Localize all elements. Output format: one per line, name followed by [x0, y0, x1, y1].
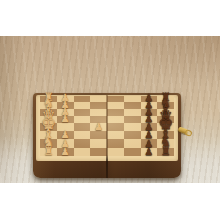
square-d5	[107, 116, 124, 124]
square-c2: ♟	[57, 109, 74, 116]
square-e8: ♚	[157, 123, 174, 131]
square-c5	[107, 109, 124, 116]
piece-white-rook: ♜	[43, 146, 53, 158]
brass-latch	[177, 125, 191, 136]
piece-white-queen: ♛	[41, 109, 55, 125]
piece-black-knight: ♞	[160, 136, 171, 149]
square-g7: ♟	[141, 139, 158, 148]
square-h4	[90, 148, 107, 157]
square-e2	[57, 123, 74, 131]
piece-white-knight: ♞	[43, 97, 54, 110]
square-a6	[124, 96, 141, 102]
square-d1: ♛	[40, 116, 57, 124]
piece-white-bishop: ♝	[42, 127, 54, 141]
square-g1: ♞	[40, 139, 57, 148]
square-d6	[124, 116, 141, 124]
piece-white-pawn: ♟	[61, 139, 70, 149]
piece-black-rook: ♜	[160, 146, 170, 158]
square-h7: ♟	[141, 148, 158, 157]
square-g8: ♞	[157, 139, 174, 148]
square-b8: ♞	[157, 102, 174, 109]
square-h5	[107, 148, 124, 157]
square-e6	[124, 123, 141, 131]
piece-white-pawn: ♟	[94, 122, 103, 132]
square-c4	[90, 109, 107, 116]
square-e3	[74, 123, 91, 131]
square-h8: ♜	[157, 148, 174, 157]
square-h1: ♜	[40, 148, 57, 157]
square-a4	[90, 96, 107, 102]
square-h2: ♟	[57, 148, 74, 157]
piece-white-pawn: ♟	[61, 114, 70, 124]
square-c8: ♝	[157, 109, 174, 116]
chess-set-photo: ♜♟♟♜♞♟♟♞♝♟♟♝♛♟♟♛♚♟♟♚♝♟♟♝♞♟♟♞♜♟♟♜	[0, 36, 220, 183]
square-c6	[124, 109, 141, 116]
square-a3	[74, 96, 91, 102]
square-b3	[74, 102, 91, 109]
square-f2: ♟	[57, 131, 74, 139]
square-a5	[107, 96, 124, 102]
piece-black-rook: ♜	[160, 92, 170, 104]
square-d3	[74, 116, 91, 124]
piece-white-pawn: ♟	[61, 130, 70, 140]
square-g4	[90, 139, 107, 148]
piece-white-knight: ♞	[43, 136, 54, 149]
square-a7: ♟	[141, 96, 158, 102]
piece-white-rook: ♜	[43, 92, 53, 104]
square-c1: ♝	[40, 109, 57, 116]
square-c3	[74, 109, 91, 116]
square-f1: ♝	[40, 131, 57, 139]
square-a2: ♟	[57, 96, 74, 102]
piece-black-bishop: ♝	[160, 103, 172, 117]
square-g3	[74, 139, 91, 148]
square-h3	[74, 148, 91, 157]
square-g2: ♟	[57, 139, 74, 148]
square-d4	[90, 116, 107, 124]
square-f3	[74, 131, 91, 139]
piece-white-pawn: ♟	[61, 93, 70, 103]
piece-black-bishop: ♝	[160, 127, 172, 141]
square-f7: ♟	[141, 131, 158, 139]
square-b2: ♟	[57, 102, 74, 109]
square-a1: ♜	[40, 96, 57, 102]
piece-white-bishop: ♝	[42, 103, 54, 117]
square-b4	[90, 102, 107, 109]
square-b6	[124, 102, 141, 109]
piece-white-pawn: ♟	[61, 147, 70, 157]
square-e1: ♚	[40, 123, 57, 131]
square-f4	[90, 131, 107, 139]
piece-black-pawn: ♟	[144, 93, 153, 103]
chess-board: ♜♟♟♜♞♟♟♞♝♟♟♝♛♟♟♛♚♟♟♚♝♟♟♝♞♟♟♞♜♟♟♜	[33, 93, 181, 178]
square-h6	[124, 148, 141, 157]
square-f6	[124, 131, 141, 139]
square-c7: ♟	[141, 109, 158, 116]
square-f8: ♝	[157, 131, 174, 139]
square-b7: ♟	[141, 102, 158, 109]
square-e7: ♟	[141, 123, 158, 131]
piece-black-pawn: ♟	[144, 100, 153, 110]
square-d7: ♟	[141, 116, 158, 124]
square-b1: ♞	[40, 102, 57, 109]
square-d8: ♛	[157, 116, 174, 124]
piece-black-knight: ♞	[160, 97, 171, 110]
piece-black-pawn: ♟	[144, 107, 153, 117]
piece-black-pawn: ♟	[144, 139, 153, 149]
piece-black-pawn: ♟	[144, 147, 153, 157]
square-a8: ♜	[157, 96, 174, 102]
square-f5	[107, 131, 124, 139]
square-g6	[124, 139, 141, 148]
piece-white-pawn: ♟	[61, 100, 70, 110]
piece-black-pawn: ♟	[144, 122, 153, 132]
square-d2: ♟	[57, 116, 74, 124]
square-b5	[107, 102, 124, 109]
piece-black-pawn: ♟	[144, 130, 153, 140]
piece-black-queen: ♛	[159, 109, 173, 125]
piece-white-pawn: ♟	[61, 107, 70, 117]
piece-white-king: ♚	[41, 115, 56, 132]
square-e5	[107, 123, 124, 131]
piece-black-king: ♚	[158, 115, 173, 132]
piece-black-pawn: ♟	[144, 114, 153, 124]
square-e4: ♟	[90, 123, 107, 131]
square-g5	[107, 139, 124, 148]
hinge-seam	[106, 95, 108, 178]
